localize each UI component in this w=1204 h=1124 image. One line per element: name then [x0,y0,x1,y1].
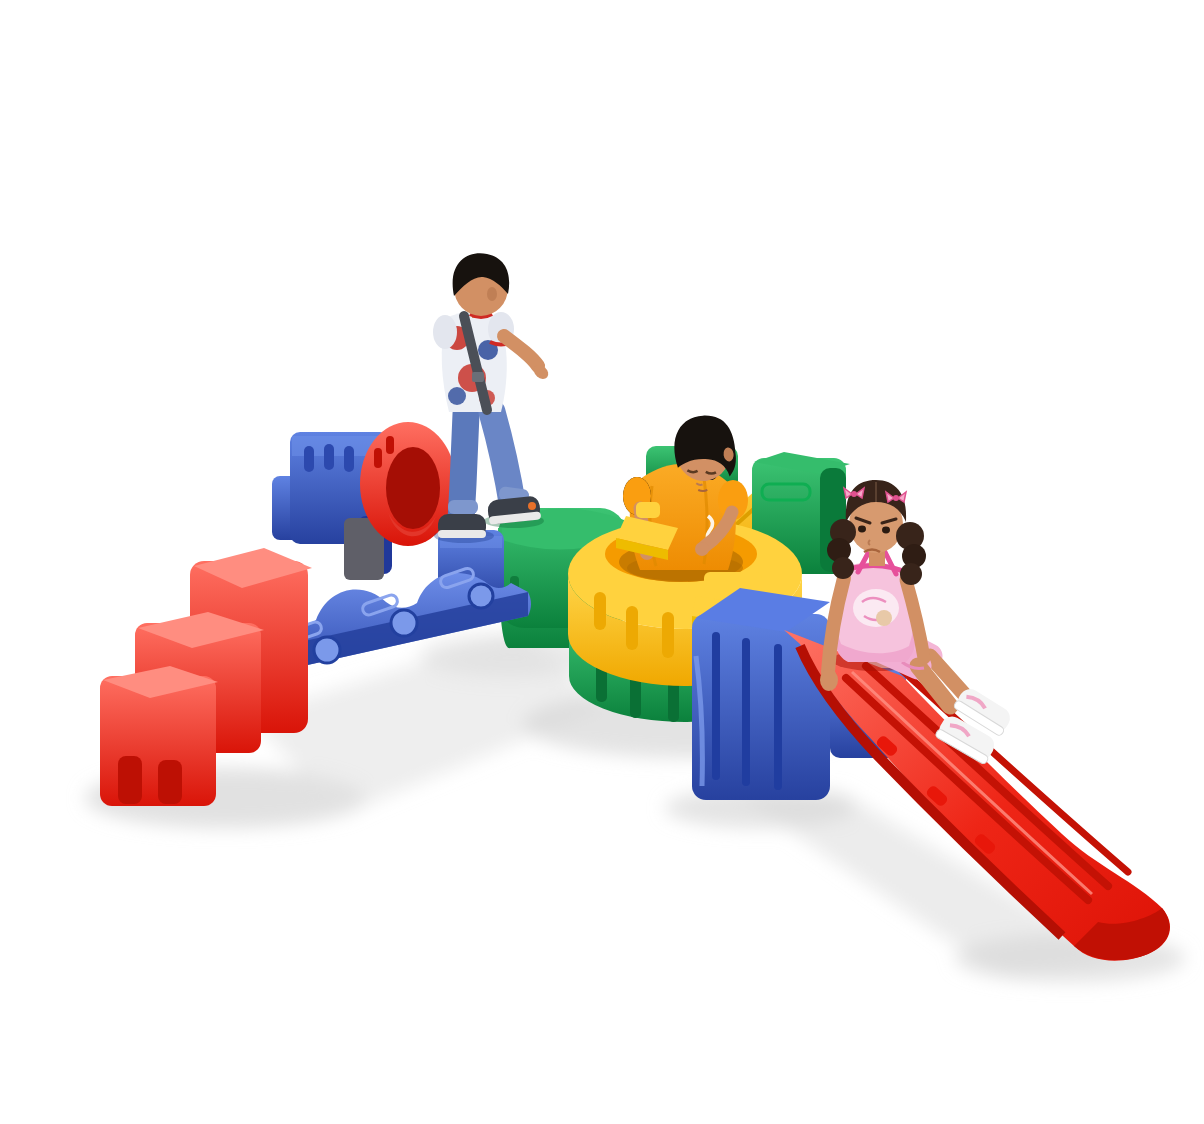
playset-illustration [40,16,1204,1124]
product-photo [40,16,1204,1124]
